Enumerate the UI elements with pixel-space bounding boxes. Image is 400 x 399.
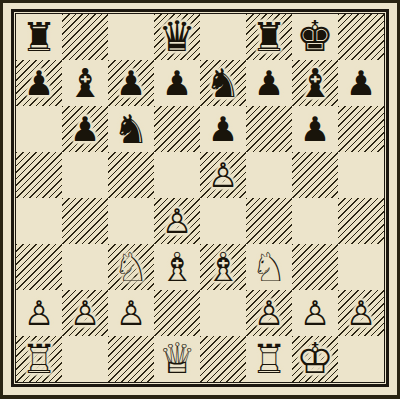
square-f2: ♙ [246,290,292,336]
square-c4 [108,198,154,244]
square-e2 [200,290,246,336]
square-c7: ♟ [108,60,154,106]
square-f7: ♟ [246,60,292,106]
square-g4 [292,198,338,244]
black-pawn-d7: ♟ [162,60,192,106]
black-rook-a8: ♜ [21,14,57,60]
square-h4 [338,198,384,244]
square-g5 [292,152,338,198]
square-a3 [16,244,62,290]
white-rook-a1: ♖ [21,336,57,382]
square-a1: ♖ [16,336,62,382]
white-pawn-g2: ♙ [300,290,330,336]
square-e7: ♞ [200,60,246,106]
square-c8 [108,14,154,60]
square-d1: ♕ [154,336,200,382]
square-c6: ♞ [108,106,154,152]
square-c2: ♙ [108,290,154,336]
square-g7: ♝ [292,60,338,106]
square-h3 [338,244,384,290]
square-d6 [154,106,200,152]
square-a7: ♟ [16,60,62,106]
square-e3: ♗ [200,244,246,290]
square-a6 [16,106,62,152]
square-d7: ♟ [154,60,200,106]
black-bishop-b7: ♝ [67,60,103,106]
white-pawn-f2: ♙ [254,290,284,336]
square-c5 [108,152,154,198]
square-c3: ♘ [108,244,154,290]
square-h7: ♟ [338,60,384,106]
black-pawn-g6: ♟ [300,106,330,152]
black-pawn-e6: ♟ [208,106,238,152]
square-f4 [246,198,292,244]
square-f8: ♜ [246,14,292,60]
black-knight-e7: ♞ [205,60,241,106]
white-pawn-c2: ♙ [116,290,146,336]
white-pawn-e5: ♙ [208,152,238,198]
chess-board-frame: ♜♛♜♚♟♝♟♟♞♟♝♟♟♞♟♟♙♙♘♗♗♘♙♙♙♙♙♙♖♕♖♔ [11,9,389,387]
white-knight-c3: ♘ [113,244,149,290]
square-g3 [292,244,338,290]
square-e1 [200,336,246,382]
black-pawn-c7: ♟ [116,60,146,106]
scanned-page: ♜♛♜♚♟♝♟♟♞♟♝♟♟♞♟♟♙♙♘♗♗♘♙♙♙♙♙♙♖♕♖♔ [0,0,400,399]
square-h2: ♙ [338,290,384,336]
square-e6: ♟ [200,106,246,152]
square-a2: ♙ [16,290,62,336]
square-a5 [16,152,62,198]
white-pawn-h2: ♙ [346,290,376,336]
square-b1 [62,336,108,382]
black-knight-c6: ♞ [113,106,149,152]
square-b3 [62,244,108,290]
white-king-g1: ♔ [296,336,334,382]
square-f1: ♖ [246,336,292,382]
square-f5 [246,152,292,198]
square-f6 [246,106,292,152]
square-h1 [338,336,384,382]
chess-board-inner-frame: ♜♛♜♚♟♝♟♟♞♟♝♟♟♞♟♟♙♙♘♗♗♘♙♙♙♙♙♙♖♕♖♔ [15,13,385,383]
square-h8 [338,14,384,60]
square-e4 [200,198,246,244]
square-d4: ♙ [154,198,200,244]
square-g2: ♙ [292,290,338,336]
square-a8: ♜ [16,14,62,60]
square-g6: ♟ [292,106,338,152]
black-pawn-h7: ♟ [346,60,376,106]
white-pawn-d4: ♙ [162,198,192,244]
square-d5 [154,152,200,198]
square-e8 [200,14,246,60]
square-d2 [154,290,200,336]
black-pawn-f7: ♟ [254,60,284,106]
chess-board: ♜♛♜♚♟♝♟♟♞♟♝♟♟♞♟♟♙♙♘♗♗♘♙♙♙♙♙♙♖♕♖♔ [16,14,384,382]
square-b2: ♙ [62,290,108,336]
square-d3: ♗ [154,244,200,290]
black-rook-f8: ♜ [251,14,287,60]
square-g8: ♚ [292,14,338,60]
black-queen-d8: ♛ [158,14,196,60]
white-pawn-b2: ♙ [70,290,100,336]
white-knight-f3: ♘ [251,244,287,290]
square-a4 [16,198,62,244]
white-rook-f1: ♖ [251,336,287,382]
white-pawn-a2: ♙ [24,290,54,336]
black-king-g8: ♚ [296,14,334,60]
square-h6 [338,106,384,152]
square-e5: ♙ [200,152,246,198]
white-bishop-e3: ♗ [205,244,241,290]
square-b5 [62,152,108,198]
white-bishop-d3: ♗ [159,244,195,290]
square-b8 [62,14,108,60]
square-b6: ♟ [62,106,108,152]
square-f3: ♘ [246,244,292,290]
square-b4 [62,198,108,244]
black-pawn-a7: ♟ [24,60,54,106]
square-d8: ♛ [154,14,200,60]
black-bishop-g7: ♝ [297,60,333,106]
black-pawn-b6: ♟ [70,106,100,152]
white-queen-d1: ♕ [158,336,196,382]
square-c1 [108,336,154,382]
square-h5 [338,152,384,198]
square-b7: ♝ [62,60,108,106]
square-g1: ♔ [292,336,338,382]
